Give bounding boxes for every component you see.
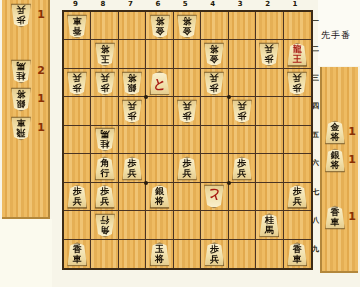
square-8一[interactable] (91, 12, 118, 40)
gote-hand-slot-銀将: 銀将1 (2, 86, 48, 113)
piece-kanji: 将 (331, 160, 340, 170)
piece-kanji: 兵 (293, 197, 302, 207)
square-9七[interactable]: 歩兵 (64, 183, 91, 211)
gote-piece-歩兵[interactable]: 歩兵 (67, 71, 88, 95)
piece-kanji: 歩 (237, 112, 246, 122)
sente-piece-香車[interactable]: 香車 (287, 242, 308, 266)
square-3一[interactable] (229, 12, 256, 40)
shogi-board: 香車金将金将玉将金将歩兵龍王歩兵歩兵銀将と歩兵歩兵歩兵歩兵歩兵桂馬角行歩兵歩兵歩… (62, 10, 313, 270)
square-4九[interactable]: 歩兵 (201, 240, 228, 268)
sente-piece-歩兵[interactable]: 歩兵 (287, 185, 308, 209)
file-label-6: 6 (144, 0, 171, 8)
piece-kanji: 将 (128, 73, 137, 83)
piece-kanji: 兵 (128, 168, 137, 178)
piece-kanji: 歩 (182, 158, 191, 168)
piece-kanji: 兵 (17, 5, 26, 15)
square-7三[interactable]: 銀将 (119, 69, 146, 97)
piece-kanji: 兵 (128, 102, 137, 112)
piece-kanji: 銀 (331, 150, 340, 160)
square-8三[interactable]: 歩兵 (91, 69, 118, 97)
piece-kanji: 兵 (73, 73, 82, 83)
piece-kanji: 歩 (100, 83, 109, 93)
piece-kanji: 金 (155, 26, 164, 36)
gote-hand-count-飛車: 1 (37, 121, 45, 134)
square-4二[interactable]: 金将 (201, 40, 228, 68)
piece-kanji: 兵 (265, 45, 274, 55)
square-6八[interactable] (146, 211, 173, 239)
background-strip (0, 219, 52, 287)
file-label-9: 9 (62, 0, 89, 8)
square-3二[interactable] (229, 40, 256, 68)
sente-piece-玉将[interactable]: 玉将 (149, 242, 170, 266)
sente-piece-龍王[interactable]: 龍王 (287, 43, 308, 67)
piece-kanji: 玉 (100, 55, 109, 65)
gote-hand-count-桂馬: 2 (37, 64, 45, 77)
piece-kanji: 将 (17, 89, 26, 99)
sente-hand-slot-銀将: 銀将1 (322, 147, 358, 174)
square-3八[interactable] (229, 211, 256, 239)
piece-kanji: 龍 (293, 45, 302, 55)
square-1八[interactable] (284, 211, 311, 239)
square-5五[interactable] (174, 126, 201, 154)
square-1三[interactable]: 歩兵 (284, 69, 311, 97)
file-label-1: 1 (282, 0, 309, 8)
sente-piece-歩兵[interactable]: 歩兵 (67, 185, 88, 209)
gote-piece-香車[interactable]: 香車 (67, 14, 88, 38)
gote-hand-count-歩兵: 1 (37, 8, 45, 21)
square-3九[interactable] (229, 240, 256, 268)
square-7六[interactable]: 歩兵 (119, 154, 146, 182)
square-8八[interactable]: 角行 (91, 211, 118, 239)
piece-kanji: 歩 (210, 244, 219, 254)
piece-kanji: 将 (155, 254, 164, 264)
hoshi-dot (227, 181, 231, 185)
hoshi-dot (144, 181, 148, 185)
piece-kanji: 歩 (210, 83, 219, 93)
square-1二[interactable]: 龍王 (284, 40, 311, 68)
piece-kanji: 香 (73, 244, 82, 254)
square-3五[interactable] (229, 126, 256, 154)
square-7二[interactable] (119, 40, 146, 68)
sente-piece-歩兵[interactable]: 歩兵 (204, 242, 225, 266)
piece-kanji: 兵 (237, 102, 246, 112)
piece-kanji: 飛 (17, 128, 26, 138)
square-2四[interactable] (256, 97, 283, 125)
piece-kanji: 将 (182, 16, 191, 26)
square-8七[interactable]: 歩兵 (91, 183, 118, 211)
piece-kanji: 角 (100, 225, 109, 235)
square-8二[interactable]: 玉将 (91, 40, 118, 68)
gote-piece-銀将[interactable]: 銀将 (122, 71, 143, 95)
sente-hand-count-金将: 1 (348, 125, 356, 138)
piece-kanji: 兵 (182, 168, 191, 178)
sente-hand-count-香車: 1 (348, 210, 356, 223)
piece-kanji: 歩 (17, 15, 26, 25)
square-9五[interactable] (64, 126, 91, 154)
turn-indicator: 先手番 (321, 29, 360, 42)
square-4八[interactable] (201, 211, 228, 239)
piece-kanji: 兵 (210, 73, 219, 83)
square-8九[interactable] (91, 240, 118, 268)
square-5六[interactable]: 歩兵 (174, 154, 201, 182)
piece-kanji: 桂 (17, 71, 26, 81)
square-2三[interactable] (256, 69, 283, 97)
piece-kanji: 将 (331, 132, 340, 142)
piece-kanji: 桂 (265, 215, 274, 225)
square-2二[interactable]: 歩兵 (256, 40, 283, 68)
square-9一[interactable]: 香車 (64, 12, 91, 40)
square-9八[interactable] (64, 211, 91, 239)
square-2八[interactable]: 桂馬 (256, 211, 283, 239)
square-8五[interactable]: 桂馬 (91, 126, 118, 154)
file-label-5: 5 (172, 0, 199, 8)
gote-piece-歩兵[interactable]: 歩兵 (122, 100, 143, 124)
piece-kanji: 行 (100, 215, 109, 225)
square-6九[interactable]: 玉将 (146, 240, 173, 268)
square-6一[interactable]: 金将 (146, 12, 173, 40)
square-1七[interactable]: 歩兵 (284, 183, 311, 211)
square-5七[interactable] (174, 183, 201, 211)
piece-kanji: 金 (182, 26, 191, 36)
square-7九[interactable] (119, 240, 146, 268)
sente-piece-銀将[interactable]: 銀将 (149, 185, 170, 209)
gote-hand-count-銀将: 1 (37, 92, 45, 105)
piece-kanji: と (208, 187, 221, 206)
piece-kanji: 兵 (73, 197, 82, 207)
piece-kanji: 歩 (128, 158, 137, 168)
file-label-7: 7 (117, 0, 144, 8)
gote-piece-と[interactable]: と (204, 185, 225, 209)
piece-kanji: 歩 (182, 112, 191, 122)
piece-kanji: 角 (100, 158, 109, 168)
piece-kanji: 桂 (100, 140, 109, 150)
square-4三[interactable]: 歩兵 (201, 69, 228, 97)
gote-piece-桂馬[interactable]: 桂馬 (11, 59, 32, 83)
piece-kanji: 歩 (265, 55, 274, 65)
square-2一[interactable] (256, 12, 283, 40)
sente-piece-歩兵[interactable]: 歩兵 (176, 156, 197, 180)
square-8六[interactable]: 角行 (91, 154, 118, 182)
piece-kanji: 兵 (237, 168, 246, 178)
gote-hand-slot-歩兵: 歩兵1 (2, 2, 48, 29)
square-4七[interactable]: と (201, 183, 228, 211)
square-8四[interactable] (91, 97, 118, 125)
piece-kanji: 兵 (100, 197, 109, 207)
sente-piece-香車[interactable]: 香車 (67, 242, 88, 266)
piece-kanji: 香 (73, 26, 82, 36)
hoshi-dot (227, 95, 231, 99)
piece-kanji: 歩 (293, 83, 302, 93)
piece-kanji: 車 (293, 254, 302, 264)
piece-kanji: 銀 (155, 187, 164, 197)
sente-piece-金将[interactable]: 金将 (325, 120, 346, 144)
square-4一[interactable] (201, 12, 228, 40)
square-4四[interactable] (201, 97, 228, 125)
gote-piece-歩兵[interactable]: 歩兵 (11, 3, 32, 27)
square-1四[interactable] (284, 97, 311, 125)
gote-piece-玉将[interactable]: 玉将 (94, 43, 115, 67)
sente-hand-slot-金将: 金将1 (322, 119, 358, 146)
piece-kanji: 香 (293, 244, 302, 254)
piece-kanji: 歩 (73, 187, 82, 197)
sente-hand-slot-香車: 香車1 (322, 204, 358, 231)
gote-piece-歩兵[interactable]: 歩兵 (176, 100, 197, 124)
square-4六[interactable] (201, 154, 228, 182)
gote-piece-歩兵[interactable]: 歩兵 (94, 71, 115, 95)
piece-kanji: 玉 (155, 244, 164, 254)
square-3七[interactable] (229, 183, 256, 211)
piece-kanji: 車 (73, 254, 82, 264)
piece-kanji: 将 (155, 16, 164, 26)
piece-kanji: 歩 (100, 187, 109, 197)
square-9六[interactable] (64, 154, 91, 182)
sente-piece-歩兵[interactable]: 歩兵 (94, 185, 115, 209)
piece-kanji: 香 (331, 207, 340, 217)
square-2九[interactable] (256, 240, 283, 268)
sente-piece-角行[interactable]: 角行 (94, 156, 115, 180)
square-5一[interactable]: 金将 (174, 12, 201, 40)
square-2七[interactable] (256, 183, 283, 211)
piece-kanji: 車 (73, 16, 82, 26)
square-2五[interactable] (256, 126, 283, 154)
square-6二[interactable] (146, 40, 173, 68)
file-label-8: 8 (89, 0, 116, 8)
square-1一[interactable] (284, 12, 311, 40)
shogi-app: 歩兵1桂馬2銀将1飛車1 先手番 金将1銀将1香車1 987654321 一二三… (0, 0, 360, 287)
hoshi-dot (144, 95, 148, 99)
file-label-2: 2 (254, 0, 281, 8)
piece-kanji: 馬 (17, 61, 26, 71)
square-9四[interactable] (64, 97, 91, 125)
piece-kanji: 金 (210, 55, 219, 65)
piece-kanji: 銀 (17, 99, 26, 109)
gote-piece-飛車[interactable]: 飛車 (11, 116, 32, 140)
square-1五[interactable] (284, 126, 311, 154)
piece-kanji: 銀 (128, 83, 137, 93)
square-3六[interactable]: 歩兵 (229, 154, 256, 182)
gote-piece-歩兵[interactable]: 歩兵 (287, 71, 308, 95)
square-3四[interactable]: 歩兵 (229, 97, 256, 125)
gote-piece-金将[interactable]: 金将 (149, 14, 170, 38)
piece-kanji: 歩 (237, 158, 246, 168)
gote-piece-角行[interactable]: 角行 (94, 213, 115, 237)
square-5二[interactable] (174, 40, 201, 68)
square-7八[interactable] (119, 211, 146, 239)
piece-kanji: 将 (210, 45, 219, 55)
piece-kanji: 馬 (265, 225, 274, 235)
gote-piece-銀将[interactable]: 銀将 (11, 87, 32, 111)
square-9九[interactable]: 香車 (64, 240, 91, 268)
square-1六[interactable] (284, 154, 311, 182)
file-label-4: 4 (199, 0, 226, 8)
piece-kanji: と (153, 74, 166, 93)
sente-piece-桂馬[interactable]: 桂馬 (259, 213, 280, 237)
piece-kanji: 兵 (210, 254, 219, 264)
piece-kanji: 将 (100, 45, 109, 55)
gote-hand-slot-飛車: 飛車1 (2, 115, 48, 142)
piece-kanji: 兵 (182, 102, 191, 112)
square-6六[interactable] (146, 154, 173, 182)
sente-hand-count-銀将: 1 (348, 153, 356, 166)
file-label-3: 3 (227, 0, 254, 8)
piece-kanji: 車 (331, 217, 340, 227)
piece-kanji: 行 (100, 168, 109, 178)
piece-kanji: 将 (155, 197, 164, 207)
piece-kanji: 兵 (100, 73, 109, 83)
square-6五[interactable] (146, 126, 173, 154)
sente-piece-銀将[interactable]: 銀将 (325, 148, 346, 172)
gote-piece-歩兵[interactable]: 歩兵 (231, 100, 252, 124)
square-7四[interactable]: 歩兵 (119, 97, 146, 125)
square-7五[interactable] (119, 126, 146, 154)
square-4五[interactable] (201, 126, 228, 154)
square-7一[interactable] (119, 12, 146, 40)
square-5四[interactable]: 歩兵 (174, 97, 201, 125)
gote-piece-金将[interactable]: 金将 (176, 14, 197, 38)
sente-piece-香車[interactable]: 香車 (325, 205, 346, 229)
piece-kanji: 車 (17, 118, 26, 128)
gote-captured-stand: 歩兵1桂馬2銀将1飛車1 (2, 0, 50, 219)
piece-kanji: 兵 (293, 73, 302, 83)
square-2六[interactable] (256, 154, 283, 182)
square-1九[interactable]: 香車 (284, 240, 311, 268)
square-5九[interactable] (174, 240, 201, 268)
gote-hand-slot-桂馬: 桂馬2 (2, 58, 48, 85)
square-5八[interactable] (174, 211, 201, 239)
gote-piece-桂馬[interactable]: 桂馬 (94, 128, 115, 152)
square-9三[interactable]: 歩兵 (64, 69, 91, 97)
piece-kanji: 歩 (128, 112, 137, 122)
square-3三[interactable] (229, 69, 256, 97)
sente-piece-歩兵[interactable]: 歩兵 (122, 156, 143, 180)
sente-piece-歩兵[interactable]: 歩兵 (231, 156, 252, 180)
square-5三[interactable] (174, 69, 201, 97)
sente-captured-stand: 金将1銀将1香車1 (320, 67, 358, 273)
gote-piece-歩兵[interactable]: 歩兵 (259, 43, 280, 67)
piece-kanji: 歩 (293, 187, 302, 197)
square-6七[interactable]: 銀将 (146, 183, 173, 211)
piece-kanji: 王 (293, 55, 302, 65)
square-7七[interactable] (119, 183, 146, 211)
sente-piece-と[interactable]: と (149, 71, 170, 95)
gote-piece-歩兵[interactable]: 歩兵 (204, 71, 225, 95)
square-9二[interactable] (64, 40, 91, 68)
piece-kanji: 金 (331, 122, 340, 132)
piece-kanji: 歩 (73, 83, 82, 93)
gote-piece-金将[interactable]: 金将 (204, 43, 225, 67)
square-6四[interactable] (146, 97, 173, 125)
square-6三[interactable]: と (146, 69, 173, 97)
piece-kanji: 馬 (100, 130, 109, 140)
